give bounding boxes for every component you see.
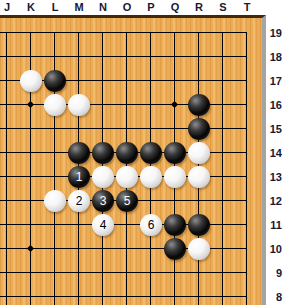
intersection-T8[interactable] (235, 285, 259, 305)
intersection-P10[interactable] (139, 237, 163, 261)
intersection-S9[interactable] (211, 261, 235, 285)
intersection-O10[interactable] (115, 237, 139, 261)
intersection-N14[interactable] (91, 141, 115, 165)
intersection-J13[interactable] (0, 165, 19, 189)
intersection-P8[interactable] (139, 285, 163, 305)
white-stone-N13 (92, 166, 114, 188)
intersection-K9[interactable] (19, 261, 43, 285)
intersection-N15[interactable] (91, 117, 115, 141)
intersection-S11[interactable] (211, 213, 235, 237)
intersection-Q8[interactable] (163, 285, 187, 305)
intersection-K18[interactable] (19, 45, 43, 69)
intersection-J8[interactable] (0, 285, 19, 305)
white-stone-L16 (44, 94, 66, 116)
intersection-M17[interactable] (67, 69, 91, 93)
intersection-R13[interactable] (187, 165, 211, 189)
row-label-8: 8 (266, 289, 282, 305)
intersection-R18[interactable] (187, 45, 211, 69)
column-label-P: P (139, 0, 163, 15)
intersection-L10[interactable] (43, 237, 67, 261)
intersection-L8[interactable] (43, 285, 67, 305)
column-label-M: M (67, 0, 91, 15)
intersection-N18[interactable] (91, 45, 115, 69)
white-stone-K17 (20, 70, 42, 92)
row-label-17: 17 (266, 73, 282, 89)
intersection-L17[interactable] (43, 69, 67, 93)
black-stone-M13: 1 (68, 166, 90, 188)
intersection-J12[interactable] (0, 189, 19, 213)
intersection-O11[interactable] (115, 213, 139, 237)
intersection-J14[interactable] (0, 141, 19, 165)
intersection-J19[interactable] (0, 21, 19, 45)
intersection-R15[interactable] (187, 117, 211, 141)
intersection-T11[interactable] (235, 213, 259, 237)
intersection-O16[interactable] (115, 93, 139, 117)
intersection-R10[interactable] (187, 237, 211, 261)
intersection-M12[interactable]: 2 (67, 189, 91, 213)
intersection-J17[interactable] (0, 69, 19, 93)
intersection-T18[interactable] (235, 45, 259, 69)
intersection-L14[interactable] (43, 141, 67, 165)
intersection-P14[interactable] (139, 141, 163, 165)
intersection-Q16[interactable] (163, 93, 187, 117)
intersection-M15[interactable] (67, 117, 91, 141)
intersection-T12[interactable] (235, 189, 259, 213)
intersection-L15[interactable] (43, 117, 67, 141)
column-label-N: N (91, 0, 115, 15)
intersection-K10[interactable] (19, 237, 43, 261)
black-stone-Q11 (164, 214, 186, 236)
intersection-O19[interactable] (115, 21, 139, 45)
intersection-J16[interactable] (0, 93, 19, 117)
row-label-15: 15 (266, 121, 282, 137)
row-label-14: 14 (266, 145, 282, 161)
intersection-O9[interactable] (115, 261, 139, 285)
row-label-11: 11 (266, 217, 282, 233)
intersection-N11[interactable]: 4 (91, 213, 115, 237)
intersection-S18[interactable] (211, 45, 235, 69)
intersection-K15[interactable] (19, 117, 43, 141)
move-number: 1 (68, 166, 90, 188)
white-stone-R13 (188, 166, 210, 188)
intersection-T9[interactable] (235, 261, 259, 285)
intersection-J18[interactable] (0, 45, 19, 69)
row-label-12: 12 (266, 193, 282, 209)
intersection-O12[interactable]: 5 (115, 189, 139, 213)
intersection-N19[interactable] (91, 21, 115, 45)
intersection-S16[interactable] (211, 93, 235, 117)
intersection-J15[interactable] (0, 117, 19, 141)
row-label-13: 13 (266, 169, 282, 185)
intersection-R14[interactable] (187, 141, 211, 165)
intersection-N16[interactable] (91, 93, 115, 117)
intersection-L13[interactable] (43, 165, 67, 189)
intersection-R16[interactable] (187, 93, 211, 117)
board-grid: 123546 (0, 21, 259, 305)
intersection-R12[interactable] (187, 189, 211, 213)
intersection-P11[interactable]: 6 (139, 213, 163, 237)
black-stone-Q14 (164, 142, 186, 164)
row-label-9: 9 (266, 265, 282, 281)
intersection-J9[interactable] (0, 261, 19, 285)
move-number: 3 (92, 190, 114, 212)
move-number: 5 (116, 190, 138, 212)
intersection-M14[interactable] (67, 141, 91, 165)
intersection-Q15[interactable] (163, 117, 187, 141)
intersection-K17[interactable] (19, 69, 43, 93)
move-number: 4 (92, 214, 114, 236)
intersection-T13[interactable] (235, 165, 259, 189)
white-stone-R10 (188, 238, 210, 260)
white-stone-M12: 2 (68, 190, 90, 212)
intersection-M16[interactable] (67, 93, 91, 117)
black-stone-N12: 3 (92, 190, 114, 212)
row-label-19: 19 (266, 25, 282, 41)
intersection-P13[interactable] (139, 165, 163, 189)
white-stone-O13 (116, 166, 138, 188)
black-stone-P14 (140, 142, 162, 164)
intersection-P18[interactable] (139, 45, 163, 69)
white-stone-N11: 4 (92, 214, 114, 236)
go-board: 123546 (0, 15, 266, 305)
column-label-J: J (0, 0, 19, 15)
intersection-K12[interactable] (19, 189, 43, 213)
intersection-Q18[interactable] (163, 45, 187, 69)
intersection-M11[interactable] (67, 213, 91, 237)
white-stone-Q13 (164, 166, 186, 188)
intersection-M19[interactable] (67, 21, 91, 45)
intersection-N17[interactable] (91, 69, 115, 93)
intersection-Q9[interactable] (163, 261, 187, 285)
intersection-Q10[interactable] (163, 237, 187, 261)
intersection-R19[interactable] (187, 21, 211, 45)
intersection-L9[interactable] (43, 261, 67, 285)
move-number: 6 (140, 214, 162, 236)
intersection-K14[interactable] (19, 141, 43, 165)
intersection-N9[interactable] (91, 261, 115, 285)
white-stone-P13 (140, 166, 162, 188)
white-stone-P11: 6 (140, 214, 162, 236)
intersection-S8[interactable] (211, 285, 235, 305)
intersection-Q11[interactable] (163, 213, 187, 237)
intersection-T19[interactable] (235, 21, 259, 45)
intersection-K13[interactable] (19, 165, 43, 189)
intersection-K19[interactable] (19, 21, 43, 45)
black-stone-Q10 (164, 238, 186, 260)
intersection-Q17[interactable] (163, 69, 187, 93)
intersection-K16[interactable] (19, 93, 43, 117)
column-label-L: L (43, 0, 67, 15)
black-stone-R11 (188, 214, 210, 236)
intersection-L12[interactable] (43, 189, 67, 213)
intersection-T14[interactable] (235, 141, 259, 165)
intersection-P12[interactable] (139, 189, 163, 213)
intersection-M8[interactable] (67, 285, 91, 305)
row-label-16: 16 (266, 97, 282, 113)
intersection-S15[interactable] (211, 117, 235, 141)
intersection-O18[interactable] (115, 45, 139, 69)
black-stone-O14 (116, 142, 138, 164)
column-label-Q: Q (163, 0, 187, 15)
column-label-T: T (235, 0, 259, 15)
row-label-18: 18 (266, 49, 282, 65)
intersection-Q19[interactable] (163, 21, 187, 45)
intersection-S10[interactable] (211, 237, 235, 261)
intersection-O17[interactable] (115, 69, 139, 93)
intersection-K8[interactable] (19, 285, 43, 305)
intersection-L16[interactable] (43, 93, 67, 117)
intersection-R17[interactable] (187, 69, 211, 93)
column-label-R: R (187, 0, 211, 15)
intersection-N13[interactable] (91, 165, 115, 189)
intersection-P15[interactable] (139, 117, 163, 141)
intersection-S17[interactable] (211, 69, 235, 93)
intersection-M18[interactable] (67, 45, 91, 69)
intersection-L18[interactable] (43, 45, 67, 69)
intersection-Q14[interactable] (163, 141, 187, 165)
white-stone-L12 (44, 190, 66, 212)
black-stone-N14 (92, 142, 114, 164)
intersection-T16[interactable] (235, 93, 259, 117)
intersection-S13[interactable] (211, 165, 235, 189)
intersection-Q13[interactable] (163, 165, 187, 189)
move-number: 2 (68, 190, 90, 212)
black-stone-R16 (188, 94, 210, 116)
white-stone-M16 (68, 94, 90, 116)
intersection-T15[interactable] (235, 117, 259, 141)
intersection-O8[interactable] (115, 285, 139, 305)
intersection-L19[interactable] (43, 21, 67, 45)
intersection-K11[interactable] (19, 213, 43, 237)
intersection-O15[interactable] (115, 117, 139, 141)
row-label-10: 10 (266, 241, 282, 257)
intersection-N12[interactable]: 3 (91, 189, 115, 213)
black-stone-R15 (188, 118, 210, 140)
intersection-M10[interactable] (67, 237, 91, 261)
intersection-P19[interactable] (139, 21, 163, 45)
intersection-R9[interactable] (187, 261, 211, 285)
intersection-T17[interactable] (235, 69, 259, 93)
intersection-O13[interactable] (115, 165, 139, 189)
black-stone-O12: 5 (116, 190, 138, 212)
intersection-T10[interactable] (235, 237, 259, 261)
white-stone-R14 (188, 142, 210, 164)
black-stone-L17 (44, 70, 66, 92)
intersection-S19[interactable] (211, 21, 235, 45)
intersection-P17[interactable] (139, 69, 163, 93)
intersection-O14[interactable] (115, 141, 139, 165)
column-label-K: K (19, 0, 43, 15)
intersection-L11[interactable] (43, 213, 67, 237)
black-stone-M14 (68, 142, 90, 164)
intersection-M9[interactable] (67, 261, 91, 285)
intersection-P9[interactable] (139, 261, 163, 285)
column-label-S: S (211, 0, 235, 15)
intersection-R11[interactable] (187, 213, 211, 237)
intersection-S14[interactable] (211, 141, 235, 165)
column-label-O: O (115, 0, 139, 15)
intersection-R8[interactable] (187, 285, 211, 305)
intersection-M13[interactable]: 1 (67, 165, 91, 189)
intersection-J10[interactable] (0, 237, 19, 261)
intersection-N10[interactable] (91, 237, 115, 261)
intersection-N8[interactable] (91, 285, 115, 305)
intersection-J11[interactable] (0, 213, 19, 237)
intersection-P16[interactable] (139, 93, 163, 117)
intersection-S12[interactable] (211, 189, 235, 213)
intersection-Q12[interactable] (163, 189, 187, 213)
